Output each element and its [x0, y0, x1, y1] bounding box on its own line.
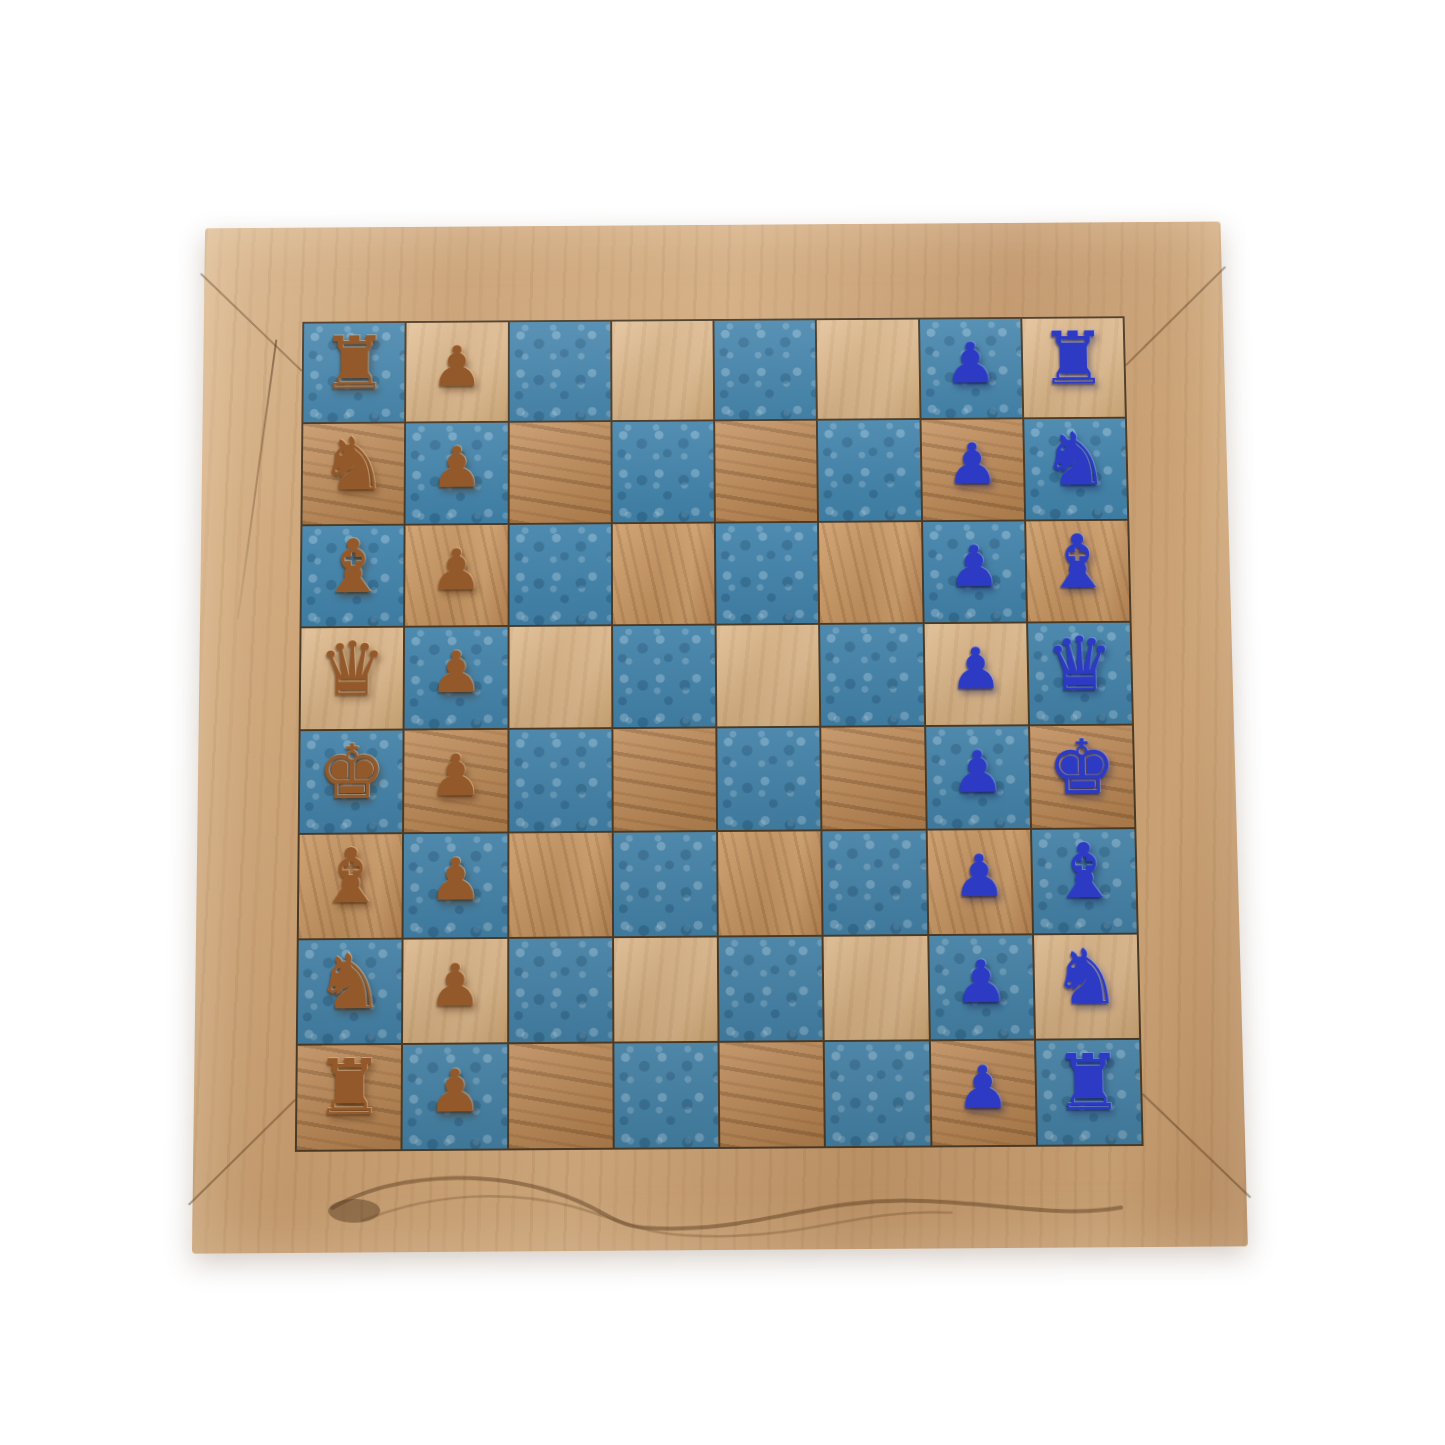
square-h7[interactable]: ♟: [930, 1040, 1035, 1145]
square-sheen: [614, 937, 718, 1041]
square-sheen: [825, 1041, 930, 1146]
square-d2[interactable]: ♟: [405, 627, 507, 729]
square-c2[interactable]: ♟: [405, 524, 507, 625]
black-king-e8[interactable]: ♚: [1047, 730, 1117, 805]
square-sheen: [714, 320, 816, 419]
square-sheen: [509, 833, 612, 936]
square-e6[interactable]: [821, 727, 925, 830]
black-pawn-h7[interactable]: ♟: [956, 1057, 1010, 1116]
black-knight-b8[interactable]: ♞: [1041, 423, 1110, 496]
black-pawn-e7[interactable]: ♟: [951, 743, 1005, 801]
white-pawn-d2[interactable]: ♟: [430, 643, 483, 700]
square-h5[interactable]: [720, 1042, 825, 1147]
square-sheen: [612, 422, 714, 522]
white-bishop-f1[interactable]: ♝: [316, 838, 385, 914]
square-f8[interactable]: ♝: [1032, 829, 1137, 932]
square-f3[interactable]: [509, 833, 612, 936]
square-sheen: [509, 626, 611, 728]
square-g3[interactable]: [509, 938, 612, 1042]
square-e5[interactable]: [717, 728, 820, 831]
square-f5[interactable]: [718, 832, 822, 935]
square-sheen: [509, 938, 612, 1042]
square-g6[interactable]: [824, 936, 929, 1040]
square-h4[interactable]: [614, 1043, 718, 1148]
square-c4[interactable]: [613, 523, 715, 624]
square-d8[interactable]: ♛: [1028, 622, 1132, 724]
square-c6[interactable]: [819, 522, 922, 623]
white-knight-b1[interactable]: ♞: [319, 428, 387, 502]
square-e8[interactable]: ♚: [1030, 726, 1135, 829]
square-b4[interactable]: [612, 422, 714, 522]
black-pawn-g7[interactable]: ♟: [954, 952, 1008, 1011]
square-sheen: [715, 421, 817, 521]
square-e7[interactable]: ♟: [926, 726, 1030, 829]
board-grid: ♜♟♟♜♞♟♟♞♝♟♟♝♛♟♟♛♚♟♟♚♝♟♟♝♞♟♟♞♜♟♟♜: [297, 318, 1142, 1150]
square-a8[interactable]: ♜: [1022, 318, 1125, 417]
product-photo-scene: ♜♟♟♜♞♟♟♞♝♟♟♝♛♟♟♛♚♟♟♚♝♟♟♝♞♟♟♞♜♟♟♜: [0, 0, 1445, 1445]
square-d3[interactable]: [509, 626, 611, 728]
square-a1[interactable]: ♜: [303, 323, 405, 422]
square-sheen: [613, 523, 715, 624]
square-sheen: [613, 625, 716, 727]
white-pawn-a2[interactable]: ♟: [431, 338, 483, 394]
square-g1[interactable]: ♞: [298, 939, 402, 1043]
frame-mitre-joint: [200, 273, 303, 372]
square-h1[interactable]: ♜: [297, 1045, 401, 1150]
square-g5[interactable]: [719, 936, 823, 1040]
square-b7[interactable]: ♟: [921, 419, 1024, 519]
square-a6[interactable]: [817, 320, 919, 419]
white-pawn-e2[interactable]: ♟: [429, 746, 482, 804]
square-c3[interactable]: [509, 524, 611, 625]
square-c1[interactable]: ♝: [302, 525, 404, 626]
square-e2[interactable]: ♟: [404, 730, 507, 833]
square-sheen: [818, 420, 920, 520]
square-d7[interactable]: ♟: [924, 623, 1028, 725]
square-d4[interactable]: [613, 625, 716, 727]
white-rook-a1[interactable]: ♜: [320, 327, 388, 400]
square-g8[interactable]: ♞: [1034, 934, 1139, 1038]
square-f6[interactable]: [823, 831, 927, 934]
square-h2[interactable]: ♟: [403, 1044, 507, 1149]
square-b5[interactable]: [715, 421, 817, 521]
square-d6[interactable]: [820, 624, 923, 726]
white-bishop-c1[interactable]: ♝: [318, 529, 387, 603]
white-pawn-b2[interactable]: ♟: [430, 439, 482, 496]
square-a5[interactable]: [714, 320, 816, 419]
square-sheen: [717, 728, 820, 831]
white-rook-h1[interactable]: ♜: [314, 1049, 384, 1126]
board-wooden-frame: ♜♟♟♜♞♟♟♞♝♟♟♝♛♟♟♛♚♟♟♚♝♟♟♝♞♟♟♞♜♟♟♜: [192, 222, 1248, 1254]
black-bishop-f8[interactable]: ♝: [1049, 833, 1120, 909]
square-sheen: [509, 524, 611, 625]
square-sheen: [817, 320, 919, 419]
wood-grain-figure: [302, 1148, 1142, 1245]
square-g7[interactable]: ♟: [929, 935, 1034, 1039]
black-pawn-c7[interactable]: ♟: [947, 537, 1000, 594]
square-sheen: [509, 1043, 613, 1148]
square-a4[interactable]: [612, 321, 713, 420]
square-sheen: [612, 321, 713, 420]
square-f7[interactable]: ♟: [927, 830, 1032, 933]
square-sheen: [720, 1042, 825, 1147]
black-pawn-f7[interactable]: ♟: [952, 847, 1006, 905]
square-sheen: [823, 831, 927, 934]
black-pawn-d7[interactable]: ♟: [949, 640, 1003, 697]
square-e3[interactable]: [509, 729, 612, 832]
square-c5[interactable]: [716, 522, 819, 623]
square-b8[interactable]: ♞: [1024, 419, 1127, 519]
square-d5[interactable]: [717, 625, 820, 727]
chess-board: ♜♟♟♜♞♟♟♞♝♟♟♝♛♟♟♛♚♟♟♚♝♟♟♝♞♟♟♞♜♟♟♜: [192, 222, 1248, 1254]
square-h6[interactable]: [825, 1041, 930, 1146]
square-sheen: [613, 728, 716, 831]
square-sheen: [819, 522, 922, 623]
square-f4[interactable]: [613, 832, 716, 935]
square-g4[interactable]: [614, 937, 718, 1041]
square-sheen: [719, 936, 823, 1040]
frame-mitre-joint: [188, 1099, 296, 1206]
black-knight-g8[interactable]: ♞: [1051, 938, 1122, 1014]
square-e4[interactable]: [613, 728, 716, 831]
square-sheen: [613, 832, 716, 935]
black-bishop-c8[interactable]: ♝: [1043, 524, 1113, 598]
square-sheen: [509, 422, 610, 522]
square-sheen: [717, 625, 820, 727]
black-pawn-a7[interactable]: ♟: [944, 335, 997, 391]
square-c7[interactable]: ♟: [923, 521, 1026, 622]
black-rook-a8[interactable]: ♜: [1039, 322, 1108, 395]
square-e1[interactable]: ♚: [300, 730, 403, 833]
square-c8[interactable]: ♝: [1026, 520, 1130, 621]
white-pawn-c2[interactable]: ♟: [430, 541, 483, 598]
white-pawn-h2[interactable]: ♟: [428, 1061, 482, 1120]
square-sheen: [824, 936, 929, 1040]
white-pawn-g2[interactable]: ♟: [428, 955, 481, 1014]
square-a2[interactable]: ♟: [406, 322, 507, 421]
square-a3[interactable]: [509, 322, 610, 421]
frame-mitre-joint: [1142, 1093, 1252, 1198]
square-h3[interactable]: [509, 1043, 613, 1148]
white-pawn-f2[interactable]: ♟: [429, 850, 482, 908]
black-rook-h8[interactable]: ♜: [1053, 1044, 1124, 1121]
square-sheen: [821, 727, 925, 830]
square-f1[interactable]: ♝: [299, 834, 403, 938]
white-king-e1[interactable]: ♚: [317, 735, 386, 810]
white-queen-d1[interactable]: ♛: [318, 631, 387, 706]
square-b2[interactable]: ♟: [406, 423, 508, 523]
square-h8[interactable]: ♜: [1036, 1040, 1142, 1145]
wood-crack: [237, 340, 277, 620]
square-sheen: [716, 522, 819, 623]
square-sheen: [509, 322, 610, 421]
square-sheen: [718, 832, 822, 935]
square-sheen: [509, 729, 612, 832]
square-b3[interactable]: [509, 422, 610, 522]
frame-mitre-joint: [1125, 266, 1226, 366]
square-a7[interactable]: ♟: [920, 319, 1022, 418]
square-d1[interactable]: ♛: [301, 627, 404, 729]
black-queen-d8[interactable]: ♛: [1045, 627, 1115, 702]
square-b1[interactable]: ♞: [302, 424, 404, 524]
black-pawn-b7[interactable]: ♟: [946, 436, 999, 493]
square-sheen: [820, 624, 923, 726]
square-b6[interactable]: [818, 420, 920, 520]
square-g2[interactable]: ♟: [403, 938, 507, 1042]
white-knight-g1[interactable]: ♞: [315, 943, 385, 1019]
square-f2[interactable]: ♟: [404, 834, 507, 937]
square-sheen: [614, 1043, 718, 1148]
